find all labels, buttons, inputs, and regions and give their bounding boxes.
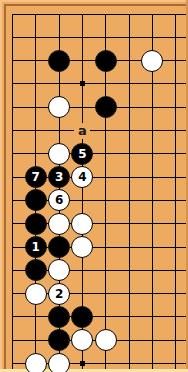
stone-white — [25, 283, 47, 305]
grid-hline-2 — [13, 37, 187, 38]
grid-hline-4 — [13, 83, 187, 84]
grid-hline-6 — [13, 130, 187, 131]
stone-white-move-2: 2 — [48, 283, 70, 305]
stone-black — [95, 96, 117, 118]
go-board-diagram: a 5734612 — [0, 0, 188, 372]
stone-black — [48, 306, 70, 328]
stone-black — [48, 50, 70, 72]
stone-white — [48, 213, 70, 235]
stone-white — [48, 143, 70, 165]
hoshi-point — [80, 81, 85, 86]
stone-black — [25, 213, 47, 235]
stone-white — [95, 329, 117, 351]
grid-hline-14 — [13, 316, 187, 317]
stone-white — [141, 50, 163, 72]
stone-black — [25, 259, 47, 281]
point-label-a: a — [74, 123, 90, 139]
grid-hline-1 — [13, 14, 187, 15]
hoshi-point — [80, 361, 85, 366]
stone-black — [95, 50, 117, 72]
stone-white — [25, 353, 47, 372]
stone-black-move-7: 7 — [25, 166, 47, 188]
grid-hline-7 — [13, 153, 187, 154]
stone-white — [71, 213, 93, 235]
stone-black-move-1: 1 — [25, 236, 47, 258]
stone-white — [48, 353, 70, 372]
stone-black — [48, 236, 70, 258]
